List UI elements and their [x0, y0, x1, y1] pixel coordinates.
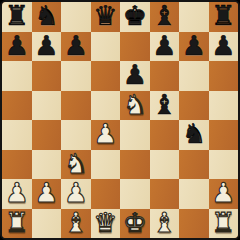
square-g4[interactable]: ♞	[179, 120, 209, 150]
white-rook-icon: ♜	[211, 209, 235, 236]
square-h2[interactable]: ♟	[209, 179, 239, 209]
square-f6[interactable]	[150, 61, 180, 91]
black-queen-icon: ♛	[93, 2, 117, 29]
square-f5[interactable]: ♝	[150, 91, 180, 121]
black-king-icon: ♚	[123, 2, 147, 29]
square-c2[interactable]: ♟	[61, 179, 91, 209]
black-pawn-icon: ♟	[182, 32, 206, 59]
chess-board-frame: ♜♞♛♚♝♜♟♟♟♟♟♟♟♞♝♟♞♞♟♟♟♟♜♝♛♚♝♜	[0, 0, 240, 240]
square-g2[interactable]	[179, 179, 209, 209]
square-e3[interactable]	[120, 150, 150, 180]
square-f4[interactable]	[150, 120, 180, 150]
square-g1[interactable]	[179, 209, 209, 239]
black-pawn-icon: ♟	[5, 32, 29, 59]
square-d1[interactable]: ♛	[91, 209, 121, 239]
square-d5[interactable]	[91, 91, 121, 121]
black-knight-icon: ♞	[34, 2, 58, 29]
square-c6[interactable]	[61, 61, 91, 91]
white-knight-icon: ♞	[64, 150, 88, 177]
square-g8[interactable]	[179, 2, 209, 32]
square-d3[interactable]	[91, 150, 121, 180]
square-g6[interactable]	[179, 61, 209, 91]
square-h6[interactable]	[209, 61, 239, 91]
white-pawn-icon: ♟	[211, 179, 235, 206]
black-pawn-icon: ♟	[123, 61, 147, 88]
square-g5[interactable]	[179, 91, 209, 121]
square-e4[interactable]	[120, 120, 150, 150]
square-e8[interactable]: ♚	[120, 2, 150, 32]
black-pawn-icon: ♟	[34, 32, 58, 59]
square-f7[interactable]: ♟	[150, 32, 180, 62]
square-f3[interactable]	[150, 150, 180, 180]
square-f8[interactable]: ♝	[150, 2, 180, 32]
square-e2[interactable]	[120, 179, 150, 209]
square-e5[interactable]: ♞	[120, 91, 150, 121]
square-g3[interactable]	[179, 150, 209, 180]
black-pawn-icon: ♟	[211, 32, 235, 59]
square-a8[interactable]: ♜	[2, 2, 32, 32]
black-bishop-icon: ♝	[152, 2, 176, 29]
white-knight-icon: ♞	[123, 91, 147, 118]
white-bishop-icon: ♝	[64, 209, 88, 236]
square-f2[interactable]	[150, 179, 180, 209]
white-pawn-icon: ♟	[93, 120, 117, 147]
square-e1[interactable]: ♚	[120, 209, 150, 239]
square-c3[interactable]: ♞	[61, 150, 91, 180]
black-rook-icon: ♜	[5, 2, 29, 29]
white-pawn-icon: ♟	[34, 179, 58, 206]
square-c7[interactable]: ♟	[61, 32, 91, 62]
white-rook-icon: ♜	[5, 209, 29, 236]
square-a4[interactable]	[2, 120, 32, 150]
white-bishop-icon: ♝	[152, 209, 176, 236]
chess-board: ♜♞♛♚♝♜♟♟♟♟♟♟♟♞♝♟♞♞♟♟♟♟♜♝♛♚♝♜	[2, 2, 238, 238]
square-d8[interactable]: ♛	[91, 2, 121, 32]
black-bishop-icon: ♝	[152, 91, 176, 118]
square-g7[interactable]: ♟	[179, 32, 209, 62]
square-h7[interactable]: ♟	[209, 32, 239, 62]
square-c5[interactable]	[61, 91, 91, 121]
square-c1[interactable]: ♝	[61, 209, 91, 239]
black-pawn-icon: ♟	[64, 32, 88, 59]
square-b2[interactable]: ♟	[32, 179, 62, 209]
square-b1[interactable]	[32, 209, 62, 239]
square-d4[interactable]: ♟	[91, 120, 121, 150]
square-b4[interactable]	[32, 120, 62, 150]
square-d7[interactable]	[91, 32, 121, 62]
square-h4[interactable]	[209, 120, 239, 150]
white-queen-icon: ♛	[93, 209, 117, 236]
square-b8[interactable]: ♞	[32, 2, 62, 32]
square-d2[interactable]	[91, 179, 121, 209]
square-d6[interactable]	[91, 61, 121, 91]
square-h3[interactable]	[209, 150, 239, 180]
white-pawn-icon: ♟	[64, 179, 88, 206]
square-h5[interactable]	[209, 91, 239, 121]
square-b5[interactable]	[32, 91, 62, 121]
square-e7[interactable]	[120, 32, 150, 62]
square-b3[interactable]	[32, 150, 62, 180]
square-c4[interactable]	[61, 120, 91, 150]
square-b7[interactable]: ♟	[32, 32, 62, 62]
black-pawn-icon: ♟	[152, 32, 176, 59]
black-knight-icon: ♞	[182, 120, 206, 147]
square-h8[interactable]: ♜	[209, 2, 239, 32]
square-a7[interactable]: ♟	[2, 32, 32, 62]
black-rook-icon: ♜	[211, 2, 235, 29]
square-b6[interactable]	[32, 61, 62, 91]
square-a2[interactable]: ♟	[2, 179, 32, 209]
square-a3[interactable]	[2, 150, 32, 180]
square-a5[interactable]	[2, 91, 32, 121]
square-a6[interactable]	[2, 61, 32, 91]
square-h1[interactable]: ♜	[209, 209, 239, 239]
square-f1[interactable]: ♝	[150, 209, 180, 239]
square-c8[interactable]	[61, 2, 91, 32]
white-king-icon: ♚	[123, 209, 147, 236]
white-pawn-icon: ♟	[5, 179, 29, 206]
square-a1[interactable]: ♜	[2, 209, 32, 239]
square-e6[interactable]: ♟	[120, 61, 150, 91]
